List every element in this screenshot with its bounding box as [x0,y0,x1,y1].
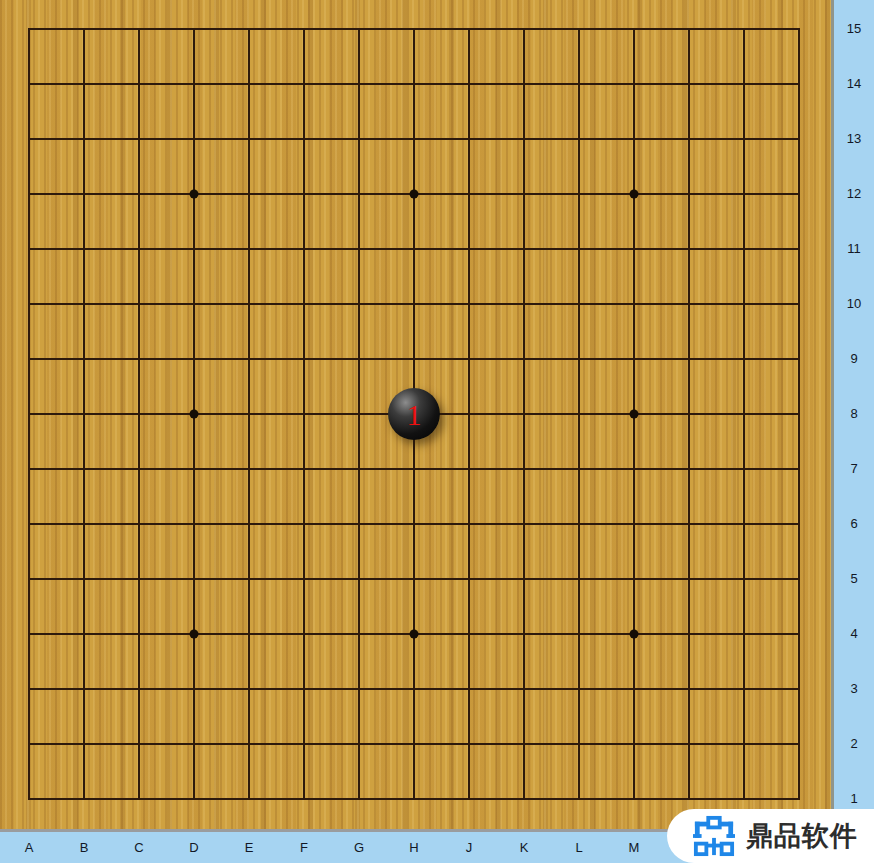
board-cell[interactable] [743,688,798,743]
board-cell[interactable] [413,688,468,743]
board-cell[interactable] [358,248,413,303]
row-label-2: 2 [834,729,874,759]
row-label-15: 15 [834,14,874,44]
board-cell[interactable] [743,358,798,413]
board-cell[interactable] [248,523,303,578]
board-cell[interactable] [358,303,413,358]
board-cell[interactable] [138,138,193,193]
column-label-E: E [234,832,264,863]
board-cell[interactable] [468,138,523,193]
board-cell[interactable] [578,413,633,468]
board-cell[interactable] [28,578,83,633]
board-cell[interactable] [523,248,578,303]
board-cell[interactable] [743,193,798,248]
stone-black-move-1: 1 [388,388,440,440]
board-cell[interactable] [688,138,743,193]
board-cell[interactable] [413,468,468,523]
dingpin-logo-icon [693,815,735,857]
column-label-C: C [124,832,154,863]
board-cell[interactable] [358,138,413,193]
board-cell[interactable] [193,523,248,578]
board-cell[interactable] [248,743,303,798]
row-label-6: 6 [834,509,874,539]
board-cell[interactable] [303,28,358,83]
board-cell[interactable] [83,413,138,468]
board-cell[interactable] [468,468,523,523]
board-cell[interactable] [523,743,578,798]
star-point-M12 [630,190,639,199]
board-cell[interactable] [193,358,248,413]
board-cell[interactable] [468,523,523,578]
board-cell[interactable] [578,358,633,413]
board-cell[interactable] [303,248,358,303]
board-cell[interactable] [578,138,633,193]
board-cell[interactable] [413,633,468,688]
board-cell[interactable] [743,303,798,358]
board-cell[interactable] [578,28,633,83]
row-label-9: 9 [834,344,874,374]
board-cell[interactable] [578,578,633,633]
board-cell[interactable] [193,248,248,303]
board-cell[interactable] [413,193,468,248]
board-cell[interactable] [578,743,633,798]
board-cell[interactable] [633,248,688,303]
board-cell[interactable] [303,633,358,688]
board-cell[interactable] [303,413,358,468]
star-point-H12 [410,190,419,199]
board-cell[interactable] [633,468,688,523]
board-cell[interactable] [413,743,468,798]
board-cell[interactable] [688,578,743,633]
board-cell[interactable] [578,193,633,248]
board-cell[interactable] [523,633,578,688]
board-cell[interactable] [358,743,413,798]
board-cell[interactable] [523,468,578,523]
board-cell[interactable] [688,193,743,248]
board-cell[interactable] [248,83,303,138]
board-cell[interactable] [413,248,468,303]
column-label-L: L [564,832,594,863]
board-cell[interactable] [633,358,688,413]
board-cell[interactable] [523,83,578,138]
column-label-A: A [14,832,44,863]
board-cell[interactable] [248,193,303,248]
goban-board[interactable]: 1 [0,0,834,832]
board-cell[interactable] [468,193,523,248]
board-cell[interactable] [303,688,358,743]
gomoku-app-window: 1 151413121110987654321 ABCDEFGHJKLM 鼎品软… [0,0,874,863]
row-label-13: 13 [834,124,874,154]
board-cell[interactable] [743,138,798,193]
board-cell[interactable] [28,633,83,688]
board-cell[interactable] [248,303,303,358]
board-cell[interactable] [468,83,523,138]
board-cell[interactable] [633,303,688,358]
board-cell[interactable] [523,578,578,633]
board-cell[interactable] [28,83,83,138]
board-cell[interactable] [248,248,303,303]
board-cell[interactable] [633,633,688,688]
board-cell[interactable] [633,193,688,248]
board-cell[interactable] [578,633,633,688]
row-label-7: 7 [834,454,874,484]
board-cell[interactable] [633,83,688,138]
board-cell[interactable] [28,743,83,798]
board-cell[interactable] [28,688,83,743]
board-cell[interactable] [578,468,633,523]
board-cell[interactable] [193,688,248,743]
board-cell[interactable] [28,138,83,193]
board-cell[interactable] [83,248,138,303]
board-cell[interactable] [688,523,743,578]
board-cell[interactable] [743,468,798,523]
watermark-brand-text: 鼎品软件 [746,818,858,854]
column-label-K: K [509,832,539,863]
board-cell[interactable] [138,28,193,83]
board-cell[interactable] [83,138,138,193]
board-cell[interactable] [138,633,193,688]
star-point-D4 [190,630,199,639]
board-cell[interactable] [248,138,303,193]
board-cell[interactable] [28,303,83,358]
board-cell[interactable] [138,413,193,468]
column-label-H: H [399,832,429,863]
board-cell[interactable] [633,523,688,578]
board-cell[interactable] [688,303,743,358]
board-cell[interactable] [413,83,468,138]
board-cell[interactable] [303,83,358,138]
board-cell[interactable] [83,303,138,358]
board-cell[interactable] [138,468,193,523]
board-cell[interactable] [688,28,743,83]
board-cell[interactable] [688,358,743,413]
board-cell[interactable] [138,303,193,358]
board-cell[interactable] [523,28,578,83]
board-cell[interactable] [248,578,303,633]
board-cell[interactable] [28,468,83,523]
board-cell[interactable] [83,743,138,798]
board-cell[interactable] [303,358,358,413]
row-label-10: 10 [834,289,874,319]
board-cell[interactable] [28,523,83,578]
star-point-D12 [190,190,199,199]
board-cell[interactable] [688,413,743,468]
board-cell[interactable] [468,743,523,798]
board-cell[interactable] [468,248,523,303]
board-cell[interactable] [83,83,138,138]
board-cell[interactable] [633,413,688,468]
board-cell[interactable] [193,28,248,83]
board-cell[interactable] [743,83,798,138]
board-cell[interactable] [743,743,798,798]
board-cell[interactable] [83,578,138,633]
board-cell[interactable] [743,248,798,303]
board-cell[interactable] [743,413,798,468]
star-point-M8 [630,410,639,419]
row-label-5: 5 [834,564,874,594]
watermark: 鼎品软件 [667,809,874,863]
board-cell[interactable] [83,358,138,413]
star-point-M4 [630,630,639,639]
board-cell[interactable] [83,633,138,688]
board-cell[interactable] [248,633,303,688]
board-cell[interactable] [468,413,523,468]
board-cell[interactable] [688,743,743,798]
star-point-D8 [190,410,199,419]
board-cell[interactable] [28,413,83,468]
column-label-F: F [289,832,319,863]
board-cell[interactable] [303,523,358,578]
board-cell[interactable] [83,688,138,743]
board-cell[interactable] [28,28,83,83]
board-cell[interactable] [468,578,523,633]
board-cell[interactable] [578,83,633,138]
board-cell[interactable] [138,688,193,743]
board-cell[interactable] [193,468,248,523]
board-cell[interactable] [303,303,358,358]
column-label-D: D [179,832,209,863]
board-cell[interactable] [358,688,413,743]
board-cell[interactable] [138,83,193,138]
star-point-H4 [410,630,419,639]
board-cell[interactable] [248,688,303,743]
board-cell[interactable] [83,193,138,248]
board-cell[interactable] [523,138,578,193]
board-cell[interactable] [358,468,413,523]
board-cell[interactable] [633,743,688,798]
board-cell[interactable] [248,358,303,413]
row-label-3: 3 [834,674,874,704]
board-cell[interactable] [578,688,633,743]
board-cell[interactable] [303,468,358,523]
board-cell[interactable] [413,523,468,578]
board-cell[interactable] [523,193,578,248]
row-label-4: 4 [834,619,874,649]
board-cell[interactable] [28,193,83,248]
board-cell[interactable] [193,413,248,468]
board-cell[interactable] [248,468,303,523]
board-cell[interactable] [303,743,358,798]
row-label-11: 11 [834,234,874,264]
board-cell[interactable] [358,28,413,83]
board-cell[interactable] [523,303,578,358]
board-cell[interactable] [193,633,248,688]
board-cell[interactable] [358,193,413,248]
board-cell[interactable] [633,578,688,633]
board-cell[interactable] [248,413,303,468]
board-cell[interactable] [523,523,578,578]
board-cell[interactable] [28,248,83,303]
board-cell[interactable] [83,28,138,83]
board-cell[interactable] [358,83,413,138]
board-cell[interactable] [303,138,358,193]
board-cell[interactable] [83,468,138,523]
board-cell[interactable] [138,523,193,578]
board-cell[interactable] [578,248,633,303]
board-cell[interactable] [413,303,468,358]
board-cell[interactable] [358,633,413,688]
board-cell[interactable] [688,688,743,743]
board-cell[interactable] [358,578,413,633]
board-cell[interactable] [358,523,413,578]
board-cell[interactable] [193,303,248,358]
board-cell[interactable] [413,28,468,83]
board-cell[interactable] [138,193,193,248]
board-cell[interactable] [193,193,248,248]
row-label-14: 14 [834,69,874,99]
board-cell[interactable] [413,138,468,193]
board-cell[interactable] [193,83,248,138]
board-cell[interactable] [468,358,523,413]
board-cell[interactable] [413,578,468,633]
board-cell[interactable] [138,578,193,633]
board-cell[interactable] [83,523,138,578]
board-cell[interactable] [303,193,358,248]
board-cell[interactable] [193,138,248,193]
board-cell[interactable] [688,468,743,523]
board-cell[interactable] [138,743,193,798]
board-cell[interactable] [578,523,633,578]
board-cell[interactable] [633,688,688,743]
board-cell[interactable] [468,303,523,358]
board-cell[interactable] [523,688,578,743]
column-label-G: G [344,832,374,863]
row-coordinates: 151413121110987654321 [834,0,874,863]
board-cell[interactable] [743,633,798,688]
board-cell[interactable] [468,28,523,83]
board-cell[interactable] [28,358,83,413]
board-cell[interactable] [743,523,798,578]
board-cell[interactable] [688,83,743,138]
board-cell[interactable] [523,358,578,413]
board-cell[interactable] [633,28,688,83]
column-label-B: B [69,832,99,863]
row-label-8: 8 [834,399,874,429]
column-label-M: M [619,832,649,863]
board-cell[interactable] [468,688,523,743]
board-cell[interactable] [248,28,303,83]
board-cell[interactable] [193,743,248,798]
column-label-J: J [454,832,484,863]
board-cell[interactable] [688,248,743,303]
board-cell[interactable] [523,413,578,468]
board-cell[interactable] [138,248,193,303]
board-cell[interactable] [303,578,358,633]
board-cell[interactable] [743,28,798,83]
board-cell[interactable] [578,303,633,358]
board-cell[interactable] [468,633,523,688]
board-cell[interactable] [633,138,688,193]
board-cell[interactable] [193,578,248,633]
board-cell[interactable] [743,578,798,633]
board-cell[interactable] [688,633,743,688]
stone-move-number: 1 [407,398,422,430]
board-cell[interactable] [138,358,193,413]
row-label-12: 12 [834,179,874,209]
